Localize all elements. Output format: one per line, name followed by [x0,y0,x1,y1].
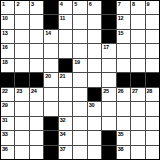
cell-r2c2[interactable] [15,15,28,28]
clue-number-21: 21 [60,73,66,79]
cell-r3c10[interactable] [131,30,144,43]
cell-r1c5[interactable]: 4 [59,1,72,14]
cell-r3c5[interactable] [59,30,72,43]
cell-r2c10[interactable] [131,15,144,28]
clue-number-7: 7 [118,1,121,7]
cell-r5c7[interactable] [88,59,101,72]
clue-number-8: 8 [132,1,135,7]
cell-r8c3[interactable] [30,102,43,115]
cell-r9c11[interactable] [146,117,159,130]
cell-r5c11[interactable] [146,59,159,72]
cell-r1c7[interactable]: 6 [88,1,101,14]
cell-r9c8[interactable] [102,117,115,130]
cell-r8c8[interactable] [102,102,115,115]
cell-r10c2[interactable] [15,131,28,144]
black-cell-r10c4 [44,131,57,144]
cell-r4c1[interactable]: 16 [1,44,14,57]
cell-r2c5[interactable]: 11 [59,15,72,28]
cell-r5c8[interactable] [102,59,115,72]
black-cell-r10c8 [102,131,115,144]
cell-r6c7[interactable] [88,73,101,86]
cell-r3c3[interactable] [30,30,43,43]
cell-r6c8[interactable] [102,73,115,86]
cell-r2c6[interactable] [73,15,86,28]
clue-number-19: 19 [74,59,80,65]
cell-r8c4[interactable] [44,102,57,115]
black-cell-r3c8 [102,30,115,43]
cell-r1c10[interactable]: 8 [131,1,144,14]
cell-r11c5[interactable]: 37 [59,146,72,159]
cell-r8c6[interactable] [73,102,86,115]
clue-number-37: 37 [60,146,66,152]
clue-number-35: 35 [118,131,124,137]
cell-r2c7[interactable] [88,15,101,28]
cell-r9c5[interactable]: 32 [59,117,72,130]
cell-r4c2[interactable] [15,44,28,57]
cell-r3c11[interactable] [146,30,159,43]
clue-number-32: 32 [60,117,66,123]
cell-r2c9[interactable]: 12 [117,15,130,28]
black-cell-r11c8 [102,146,115,159]
cell-r9c9[interactable] [117,117,130,130]
cell-r8c2[interactable] [15,102,28,115]
clue-number-11: 11 [60,15,65,21]
cell-r9c10[interactable] [131,117,144,130]
cell-r1c11[interactable]: 9 [146,1,159,14]
cell-r5c10[interactable] [131,59,144,72]
cell-r4c7[interactable] [88,44,101,57]
cell-r7c6[interactable] [73,88,86,101]
black-cell-r6c10 [131,73,144,86]
clue-number-26: 26 [118,88,124,94]
cell-r3c6[interactable] [73,30,86,43]
cell-r7c5[interactable] [59,88,72,101]
black-cell-r1c8 [102,1,115,14]
clue-number-15: 15 [118,30,124,36]
black-cell-r6c1 [1,73,14,86]
cell-r7c8[interactable]: 25 [102,88,115,101]
cell-r3c7[interactable] [88,30,101,43]
cell-r9c1[interactable]: 31 [1,117,14,130]
black-cell-r5c5 [59,59,72,72]
cell-r10c7[interactable] [88,131,101,144]
cell-r6c6[interactable] [73,73,86,86]
cell-r1c9[interactable]: 7 [117,1,130,14]
cell-r9c6[interactable] [73,117,86,130]
cell-r2c3[interactable] [30,15,43,28]
clue-number-13: 13 [2,30,8,36]
cell-r9c7[interactable] [88,117,101,130]
cell-r4c6[interactable] [73,44,86,57]
cell-r7c9[interactable]: 26 [117,88,130,101]
clue-number-18: 18 [2,59,8,65]
cell-r5c3[interactable] [30,59,43,72]
cell-r6c5[interactable]: 21 [59,73,72,86]
cell-r9c2[interactable] [15,117,28,130]
clue-number-28: 28 [147,88,153,94]
black-cell-r6c11 [146,73,159,86]
cell-r3c9[interactable]: 15 [117,30,130,43]
cell-r11c10[interactable] [131,146,144,159]
clue-number-33: 33 [2,131,8,137]
cell-r5c4[interactable] [44,59,57,72]
cell-r11c7[interactable] [88,146,101,159]
cell-r9c3[interactable] [30,117,43,130]
cell-r6c4[interactable]: 20 [44,73,57,86]
cell-r11c9[interactable]: 38 [117,146,130,159]
clue-number-4: 4 [60,1,63,7]
clue-number-29: 29 [2,102,8,108]
black-cell-r1c4 [44,1,57,14]
cell-r4c5[interactable] [59,44,72,57]
cell-r11c1[interactable]: 36 [1,146,14,159]
cell-r10c9[interactable]: 35 [117,131,130,144]
cell-r11c11[interactable] [146,146,159,159]
clue-number-2: 2 [16,1,19,7]
cell-r7c10[interactable]: 27 [131,88,144,101]
cell-r5c9[interactable] [117,59,130,72]
cell-r2c11[interactable] [146,15,159,28]
cell-r8c1[interactable]: 29 [1,102,14,115]
cell-r5c6[interactable]: 19 [73,59,86,72]
clue-number-16: 16 [2,44,8,50]
cell-r8c11[interactable] [146,102,159,115]
cell-r8c10[interactable] [131,102,144,115]
cell-r10c10[interactable] [131,131,144,144]
cell-r4c3[interactable] [30,44,43,57]
clue-number-23: 23 [16,88,22,94]
cell-r7c4[interactable] [44,88,57,101]
cell-r5c2[interactable] [15,59,28,72]
black-cell-r2c8 [102,15,115,28]
clue-number-6: 6 [89,1,92,7]
cell-r10c3[interactable] [30,131,43,144]
clue-number-31: 31 [2,117,8,123]
clue-number-24: 24 [31,88,37,94]
clue-number-5: 5 [74,1,77,7]
clue-number-38: 38 [118,146,124,152]
cell-r7c1[interactable]: 22 [1,88,14,101]
cell-r8c7[interactable]: 30 [88,102,101,115]
cell-r7c2[interactable]: 23 [15,88,28,101]
black-cell-r2c4 [44,15,57,28]
cell-r3c2[interactable] [15,30,28,43]
cell-r4c10[interactable] [131,44,144,57]
black-cell-r6c2 [15,73,28,86]
clue-number-14: 14 [45,30,51,36]
cell-r10c6[interactable] [73,131,86,144]
cell-r11c6[interactable] [73,146,86,159]
cell-r4c9[interactable] [117,44,130,57]
clue-number-12: 12 [118,15,124,21]
clue-number-30: 30 [89,102,95,108]
clue-number-10: 10 [2,15,8,21]
cell-r1c1[interactable]: 1 [1,1,14,14]
clue-number-34: 34 [60,131,66,137]
clue-number-36: 36 [2,146,8,152]
clue-number-25: 25 [103,88,109,94]
black-cell-r6c9 [117,73,130,86]
cell-r8c9[interactable] [117,102,130,115]
black-cell-r11c4 [44,146,57,159]
cell-r8c5[interactable] [59,102,72,115]
cell-r11c3[interactable] [30,146,43,159]
clue-number-27: 27 [132,88,138,94]
cell-r10c11[interactable] [146,131,159,144]
cell-r4c8[interactable]: 17 [102,44,115,57]
clue-number-1: 1 [2,1,5,7]
cell-r1c2[interactable]: 2 [15,1,28,14]
cell-r11c2[interactable] [15,146,28,159]
clue-number-20: 20 [45,73,51,79]
clue-number-9: 9 [147,1,150,7]
cell-r10c5[interactable]: 34 [59,131,72,144]
cell-r10c1[interactable]: 33 [1,131,14,144]
cell-r5c1[interactable]: 18 [1,59,14,72]
cell-r1c6[interactable]: 5 [73,1,86,14]
crossword-grid: 1234567891011121314151617181920212223242… [0,0,160,160]
cell-r7c3[interactable]: 24 [30,88,43,101]
cell-r1c3[interactable]: 3 [30,1,43,14]
clue-number-22: 22 [2,88,8,94]
cell-r4c11[interactable] [146,44,159,57]
cell-r3c1[interactable]: 13 [1,30,14,43]
cell-r4c4[interactable] [44,44,57,57]
black-cell-r6c3 [30,73,43,86]
cell-r3c4[interactable]: 14 [44,30,57,43]
clue-number-3: 3 [31,1,34,7]
clue-number-17: 17 [103,44,109,50]
black-cell-r7c7 [88,88,101,101]
cell-r2c1[interactable]: 10 [1,15,14,28]
black-cell-r9c4 [44,117,57,130]
cell-r7c11[interactable]: 28 [146,88,159,101]
